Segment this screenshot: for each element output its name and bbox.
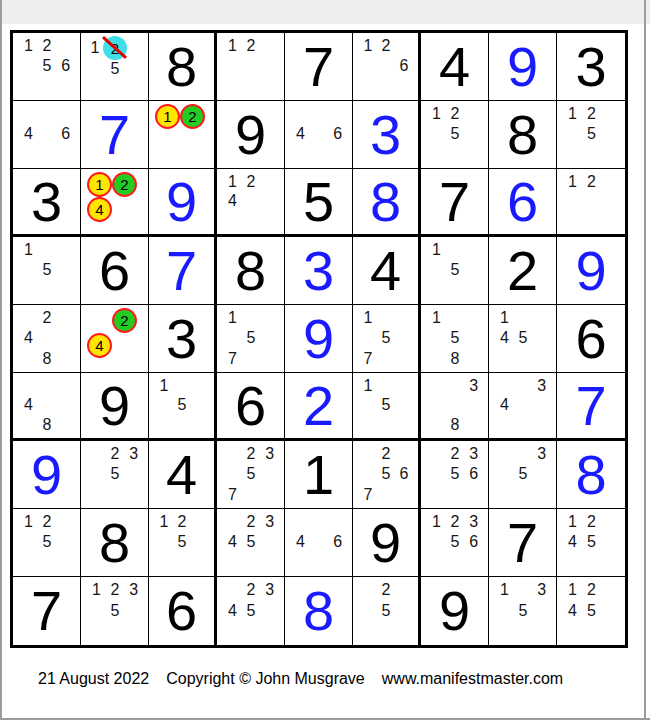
candidate: 1 <box>563 512 582 532</box>
candidate: 2 <box>242 580 261 601</box>
solved-digit: 9 <box>507 39 538 95</box>
candidate: 4 <box>223 601 242 622</box>
given-digit: 3 <box>31 174 62 230</box>
pencil-marks: 157 <box>359 308 413 369</box>
cell-r4c6[interactable]: 4 <box>353 237 421 305</box>
cell-r1c3[interactable]: 8 <box>149 33 217 101</box>
candidate: 1 <box>87 36 103 60</box>
candidate: 5 <box>103 60 127 79</box>
candidate: 2 <box>242 36 261 56</box>
cell-r6c7[interactable]: 38 <box>421 373 489 441</box>
pencil-marks: 125 <box>19 512 75 573</box>
given-digit: 6 <box>166 583 197 639</box>
cell-r9c2[interactable]: 1235 <box>81 577 149 645</box>
cell-r9c3[interactable]: 6 <box>149 577 217 645</box>
candidate: 6 <box>56 56 75 76</box>
candidate: 5 <box>446 328 465 348</box>
candidate: 2 <box>582 104 601 124</box>
given-digit: 7 <box>31 583 62 639</box>
candidate: 6 <box>464 464 483 484</box>
cell-r3c5[interactable]: 5 <box>285 169 353 237</box>
cell-r4c2[interactable]: 6 <box>81 237 149 305</box>
candidate: 2 <box>582 172 601 192</box>
cell-r7c8[interactable]: 35 <box>489 441 557 509</box>
solved-digit: 8 <box>303 583 334 639</box>
candidate: 3 <box>532 580 551 601</box>
cell-r4c4[interactable]: 8 <box>217 237 285 305</box>
highlighted-candidate-yellow: 4 <box>87 197 112 222</box>
given-digit: 4 <box>439 39 470 95</box>
solved-digit: 6 <box>507 174 538 230</box>
cell-r9c6[interactable]: 25 <box>353 577 421 645</box>
cell-r8c2[interactable]: 8 <box>81 509 149 577</box>
pencil-marks: 24 <box>87 308 143 369</box>
given-digit: 3 <box>166 311 197 367</box>
pencil-marks: 1235 <box>87 580 143 642</box>
given-digit: 8 <box>507 107 538 163</box>
given-digit: 8 <box>166 39 197 95</box>
candidate: 8 <box>446 415 465 435</box>
cell-r7c6[interactable]: 2567 <box>353 441 421 509</box>
candidate: 2 <box>106 580 125 601</box>
cell-r1c1[interactable]: 1256 <box>13 33 81 101</box>
candidate: 2 <box>446 512 465 532</box>
cell-r1c2[interactable]: 125 <box>81 33 149 101</box>
candidate: 6 <box>395 56 413 76</box>
footer-date: 21 August 2022 <box>38 670 149 688</box>
candidate: 2 <box>173 512 191 532</box>
cell-r5c7[interactable]: 158 <box>421 305 489 373</box>
candidate: 4 <box>19 396 38 416</box>
candidate: 2 <box>242 444 261 464</box>
cell-r3c2[interactable]: 124 <box>81 169 149 237</box>
cell-r6c3[interactable]: 15 <box>149 373 217 441</box>
candidate: 1 <box>155 376 173 396</box>
pencil-marks: 135 <box>495 580 551 642</box>
cell-r7c3[interactable]: 4 <box>149 441 217 509</box>
candidate: 5 <box>514 464 533 484</box>
solved-digit: 9 <box>31 447 62 503</box>
candidate: 5 <box>242 601 261 622</box>
pencil-marks: 157 <box>223 308 279 369</box>
candidate: 3 <box>124 444 143 464</box>
candidate: 1 <box>563 104 582 124</box>
pencil-marks: 46 <box>291 512 347 573</box>
cell-r2c9[interactable]: 125 <box>557 101 625 169</box>
candidate: 5 <box>377 396 395 416</box>
given-digit: 4 <box>166 447 197 503</box>
candidate-slot: 1 <box>155 104 180 129</box>
cell-r4c5[interactable]: 3 <box>285 237 353 305</box>
given-digit: 9 <box>99 378 130 434</box>
candidate: 3 <box>464 376 483 396</box>
cell-r3c8[interactable]: 6 <box>489 169 557 237</box>
cell-r9c7[interactable]: 9 <box>421 577 489 645</box>
candidate: 5 <box>242 532 261 552</box>
candidate: 5 <box>446 532 465 552</box>
cell-r2c7[interactable]: 125 <box>421 101 489 169</box>
candidate: 3 <box>260 444 279 464</box>
candidate: 2 <box>377 580 395 601</box>
cell-r3c6[interactable]: 8 <box>353 169 421 237</box>
cell-r6c8[interactable]: 34 <box>489 373 557 441</box>
candidate: 5 <box>377 601 395 622</box>
cell-r8c3[interactable]: 125 <box>149 509 217 577</box>
cell-r3c4[interactable]: 124 <box>217 169 285 237</box>
candidate: 7 <box>359 485 377 505</box>
cell-r2c3[interactable]: 12 <box>149 101 217 169</box>
cell-r4c1[interactable]: 15 <box>13 237 81 305</box>
given-digit: 9 <box>439 583 470 639</box>
footer-copyright: Copyright © John Musgrave <box>166 670 365 688</box>
pencil-marks: 2357 <box>223 444 279 505</box>
candidate: 5 <box>38 532 57 552</box>
candidate: 4 <box>291 124 310 144</box>
cell-r6c6[interactable]: 15 <box>353 373 421 441</box>
pencil-marks: 12 <box>155 104 209 165</box>
candidate: 2 <box>242 512 261 532</box>
candidate: 3 <box>532 376 551 396</box>
given-digit: 7 <box>303 39 334 95</box>
cell-r7c9[interactable]: 8 <box>557 441 625 509</box>
pencil-marks: 2345 <box>223 512 279 573</box>
candidate: 5 <box>173 396 191 416</box>
highlighted-candidate-green: 2 <box>112 308 137 333</box>
pencil-marks: 126 <box>359 36 413 97</box>
candidate: 2 <box>377 36 395 56</box>
pencil-marks: 38 <box>427 376 483 435</box>
given-digit: 6 <box>99 243 130 299</box>
candidate: 7 <box>223 485 242 505</box>
candidate: 5 <box>514 601 533 622</box>
candidate: 2 <box>377 444 395 464</box>
pencil-marks: 125 <box>87 36 143 97</box>
pencil-marks: 125 <box>427 104 483 165</box>
candidate: 5 <box>38 56 57 76</box>
cell-r9c5[interactable]: 8 <box>285 577 353 645</box>
solved-digit: 8 <box>370 174 401 230</box>
window-edge-left <box>0 0 2 720</box>
solved-digit: 3 <box>303 243 334 299</box>
candidate: 3 <box>464 444 483 464</box>
candidate: 2 <box>242 172 261 192</box>
given-digit: 8 <box>235 243 266 299</box>
candidate: 8 <box>38 349 57 369</box>
eliminated-candidate: 2 <box>103 36 127 60</box>
solved-digit: 3 <box>370 107 401 163</box>
candidate-slot: 1 <box>87 172 112 197</box>
solved-digit: 9 <box>575 243 606 299</box>
cell-r1c5[interactable]: 7 <box>285 33 353 101</box>
cell-r8c8[interactable]: 7 <box>489 509 557 577</box>
solved-digit: 9 <box>303 311 334 367</box>
candidate-slot: 2 <box>112 172 137 197</box>
candidate: 5 <box>582 124 601 144</box>
candidate: 1 <box>223 172 242 192</box>
given-digit: 6 <box>575 311 606 367</box>
candidate: 1 <box>495 580 514 601</box>
pencil-marks: 15 <box>155 376 209 435</box>
cell-r8c4[interactable]: 2345 <box>217 509 285 577</box>
candidate-slot: 2 <box>103 36 127 60</box>
candidate: 2 <box>38 36 57 56</box>
cell-r5c9[interactable]: 6 <box>557 305 625 373</box>
cell-r3c1[interactable]: 3 <box>13 169 81 237</box>
candidate: 1 <box>359 308 377 328</box>
candidate-slot: 4 <box>87 333 112 358</box>
pencil-marks: 145 <box>495 308 551 369</box>
candidate: 5 <box>377 464 395 484</box>
candidate: 5 <box>582 532 601 552</box>
given-digit: 2 <box>507 243 538 299</box>
candidate: 4 <box>291 532 310 552</box>
candidate: 2 <box>38 308 57 328</box>
pencil-marks: 248 <box>19 308 75 369</box>
solved-digit: 8 <box>575 447 606 503</box>
candidate: 1 <box>155 512 173 532</box>
candidate: 3 <box>124 580 143 601</box>
candidate: 1 <box>359 376 377 396</box>
candidate: 2 <box>582 580 601 601</box>
pencil-marks: 15 <box>427 240 483 301</box>
cell-r3c7[interactable]: 7 <box>421 169 489 237</box>
candidate: 1 <box>19 512 38 532</box>
cell-r4c9[interactable]: 9 <box>557 237 625 305</box>
pencil-marks: 2345 <box>223 580 279 642</box>
cell-r2c8[interactable]: 8 <box>489 101 557 169</box>
candidate: 8 <box>38 415 57 435</box>
candidate-slot: 4 <box>87 197 112 222</box>
candidate: 1 <box>19 36 38 56</box>
pencil-marks: 125 <box>563 104 620 165</box>
given-digit: 7 <box>439 174 470 230</box>
candidate: 5 <box>446 124 465 144</box>
given-digit: 7 <box>507 515 538 571</box>
candidate: 6 <box>56 124 75 144</box>
candidate: 4 <box>223 192 242 212</box>
highlighted-candidate-green: 2 <box>180 104 205 129</box>
candidate: 5 <box>242 328 261 348</box>
candidate: 8 <box>446 349 465 369</box>
cell-r1c7[interactable]: 4 <box>421 33 489 101</box>
candidate: 5 <box>106 464 125 484</box>
window-top-band <box>0 0 650 24</box>
candidate: 1 <box>223 36 242 56</box>
candidate: 3 <box>532 444 551 464</box>
candidate: 1 <box>427 308 446 328</box>
candidate: 4 <box>563 601 582 622</box>
candidate: 7 <box>359 349 377 369</box>
pencil-marks: 35 <box>495 444 551 505</box>
given-digit: 8 <box>99 515 130 571</box>
cell-r6c4[interactable]: 6 <box>217 373 285 441</box>
cell-r1c9[interactable]: 3 <box>557 33 625 101</box>
candidate: 4 <box>495 328 514 348</box>
candidate: 5 <box>446 464 465 484</box>
candidate: 1 <box>563 580 582 601</box>
candidate: 1 <box>19 240 38 260</box>
cell-r5c1[interactable]: 248 <box>13 305 81 373</box>
candidate: 5 <box>377 328 395 348</box>
candidate: 1 <box>495 308 514 328</box>
cell-r1c6[interactable]: 126 <box>353 33 421 101</box>
highlighted-candidate-yellow: 1 <box>155 104 180 129</box>
candidate: 3 <box>464 512 483 532</box>
cell-r9c4[interactable]: 2345 <box>217 577 285 645</box>
pencil-marks: 2567 <box>359 444 413 505</box>
candidate: 7 <box>223 349 242 369</box>
pencil-marks: 12 <box>223 36 279 97</box>
footer-website: www.manifestmaster.com <box>382 670 563 688</box>
pencil-marks: 1245 <box>563 580 620 642</box>
window-edge-right <box>644 0 646 720</box>
candidate-slot: 2 <box>180 104 205 129</box>
cell-r7c7[interactable]: 2356 <box>421 441 489 509</box>
cell-r2c6[interactable]: 3 <box>353 101 421 169</box>
candidate: 1 <box>223 308 242 328</box>
cell-r7c5[interactable]: 1 <box>285 441 353 509</box>
pencil-marks: 125 <box>155 512 209 573</box>
cell-r5c2[interactable]: 24 <box>81 305 149 373</box>
pencil-marks: 25 <box>359 580 413 642</box>
cell-r1c4[interactable]: 12 <box>217 33 285 101</box>
pencil-marks: 124 <box>87 172 143 231</box>
candidate: 2 <box>446 444 465 464</box>
candidate: 4 <box>19 124 38 144</box>
solved-digit: 2 <box>303 378 334 434</box>
candidate: 5 <box>514 328 533 348</box>
highlighted-candidate-yellow: 1 <box>87 172 112 197</box>
cell-r2c1[interactable]: 46 <box>13 101 81 169</box>
cell-r6c1[interactable]: 48 <box>13 373 81 441</box>
given-digit: 6 <box>235 378 266 434</box>
sudoku-board: 1256125812712649346712946312581253124912… <box>10 30 628 648</box>
pencil-marks: 1256 <box>19 36 75 97</box>
cell-r9c8[interactable]: 135 <box>489 577 557 645</box>
given-digit: 5 <box>303 174 334 230</box>
cell-r4c7[interactable]: 15 <box>421 237 489 305</box>
cell-r1c8[interactable]: 9 <box>489 33 557 101</box>
given-digit: 1 <box>303 447 334 503</box>
candidate: 1 <box>359 36 377 56</box>
cell-r5c8[interactable]: 145 <box>489 305 557 373</box>
cell-r8c9[interactable]: 1245 <box>557 509 625 577</box>
candidate-slot: 2 <box>112 308 137 333</box>
candidate: 6 <box>328 532 347 552</box>
candidate: 6 <box>395 464 413 484</box>
candidate: 5 <box>173 532 191 552</box>
candidate: 2 <box>446 104 465 124</box>
candidate: 6 <box>464 532 483 552</box>
cell-r9c1[interactable]: 7 <box>13 577 81 645</box>
solved-digit: 7 <box>99 107 130 163</box>
candidate: 4 <box>563 532 582 552</box>
given-digit: 3 <box>575 39 606 95</box>
candidate: 4 <box>19 328 38 348</box>
cell-r9c9[interactable]: 1245 <box>557 577 625 645</box>
highlighted-candidate-yellow: 4 <box>87 333 112 358</box>
cell-r6c9[interactable]: 7 <box>557 373 625 441</box>
cell-r6c5[interactable]: 2 <box>285 373 353 441</box>
pencil-marks: 158 <box>427 308 483 369</box>
cell-r8c6[interactable]: 9 <box>353 509 421 577</box>
candidate: 1 <box>427 104 446 124</box>
candidate: 1 <box>427 512 446 532</box>
candidate: 4 <box>223 532 242 552</box>
candidate: 5 <box>38 260 57 280</box>
cell-r8c7[interactable]: 12356 <box>421 509 489 577</box>
cell-r2c2[interactable]: 7 <box>81 101 149 169</box>
candidate: 3 <box>260 512 279 532</box>
pencil-marks: 48 <box>19 376 75 435</box>
cell-r3c3[interactable]: 9 <box>149 169 217 237</box>
strike-line <box>102 36 127 59</box>
highlighted-candidate-green: 2 <box>112 172 137 197</box>
pencil-marks: 124 <box>223 172 279 231</box>
solved-digit: 7 <box>575 378 606 434</box>
candidate: 2 <box>582 512 601 532</box>
pencil-marks: 235 <box>87 444 143 505</box>
candidate: 5 <box>582 601 601 622</box>
cell-r5c6[interactable]: 157 <box>353 305 421 373</box>
cell-r4c8[interactable]: 2 <box>489 237 557 305</box>
cell-r6c2[interactable]: 9 <box>81 373 149 441</box>
pencil-marks: 1245 <box>563 512 620 573</box>
cell-r5c3[interactable]: 3 <box>149 305 217 373</box>
pencil-marks: 15 <box>19 240 75 301</box>
pencil-marks: 2356 <box>427 444 483 505</box>
pencil-marks: 15 <box>359 376 413 435</box>
pencil-marks: 46 <box>291 104 347 165</box>
pencil-marks: 34 <box>495 376 551 435</box>
solved-digit: 7 <box>166 243 197 299</box>
cell-r7c2[interactable]: 235 <box>81 441 149 509</box>
given-digit: 9 <box>370 515 401 571</box>
candidate: 2 <box>106 444 125 464</box>
cell-r7c4[interactable]: 2357 <box>217 441 285 509</box>
candidate: 2 <box>38 512 57 532</box>
candidate: 3 <box>260 580 279 601</box>
footer: 21 August 2022 Copyright © John Musgrave… <box>38 670 638 688</box>
candidate: 6 <box>328 124 347 144</box>
cell-r5c5[interactable]: 9 <box>285 305 353 373</box>
cell-r3c9[interactable]: 12 <box>557 169 625 237</box>
candidate: 5 <box>446 260 465 280</box>
pencil-marks: 12 <box>563 172 620 231</box>
candidate: 1 <box>87 580 106 601</box>
pencil-marks: 46 <box>19 104 75 165</box>
cell-r2c5[interactable]: 46 <box>285 101 353 169</box>
candidate: 5 <box>242 464 261 484</box>
candidate: 4 <box>495 396 514 416</box>
candidate: 1 <box>563 172 582 192</box>
cell-r5c4[interactable]: 157 <box>217 305 285 373</box>
pencil-marks: 12356 <box>427 512 483 573</box>
cell-r8c1[interactable]: 125 <box>13 509 81 577</box>
candidate: 5 <box>106 601 125 622</box>
solved-digit: 9 <box>166 174 197 230</box>
given-digit: 4 <box>370 243 401 299</box>
given-digit: 9 <box>235 107 266 163</box>
candidate: 1 <box>427 240 446 260</box>
cell-r4c3[interactable]: 7 <box>149 237 217 305</box>
cell-r7c1[interactable]: 9 <box>13 441 81 509</box>
cell-r2c4[interactable]: 9 <box>217 101 285 169</box>
cell-r8c5[interactable]: 46 <box>285 509 353 577</box>
